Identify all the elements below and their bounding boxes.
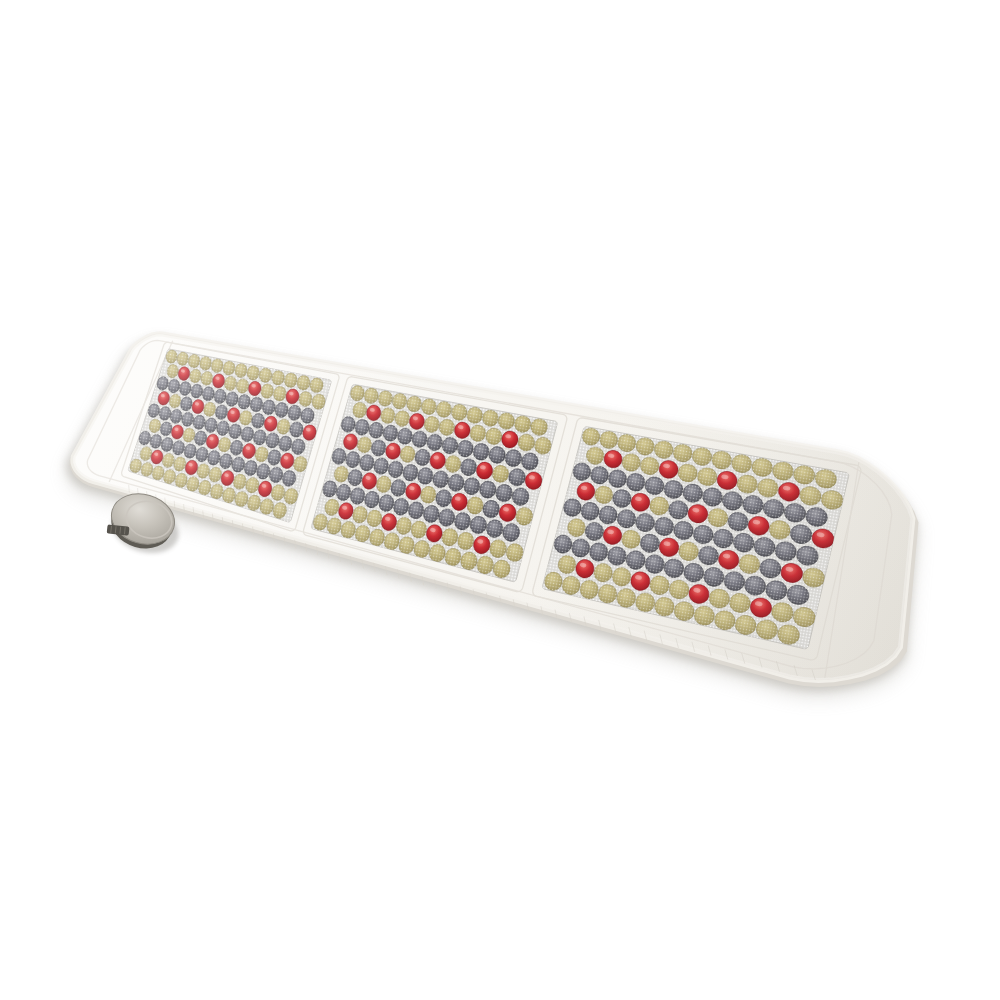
heating-mat-scene: [0, 0, 1000, 1000]
product-photo: Infrared heat therapy mat with natural j…: [0, 0, 1000, 1000]
